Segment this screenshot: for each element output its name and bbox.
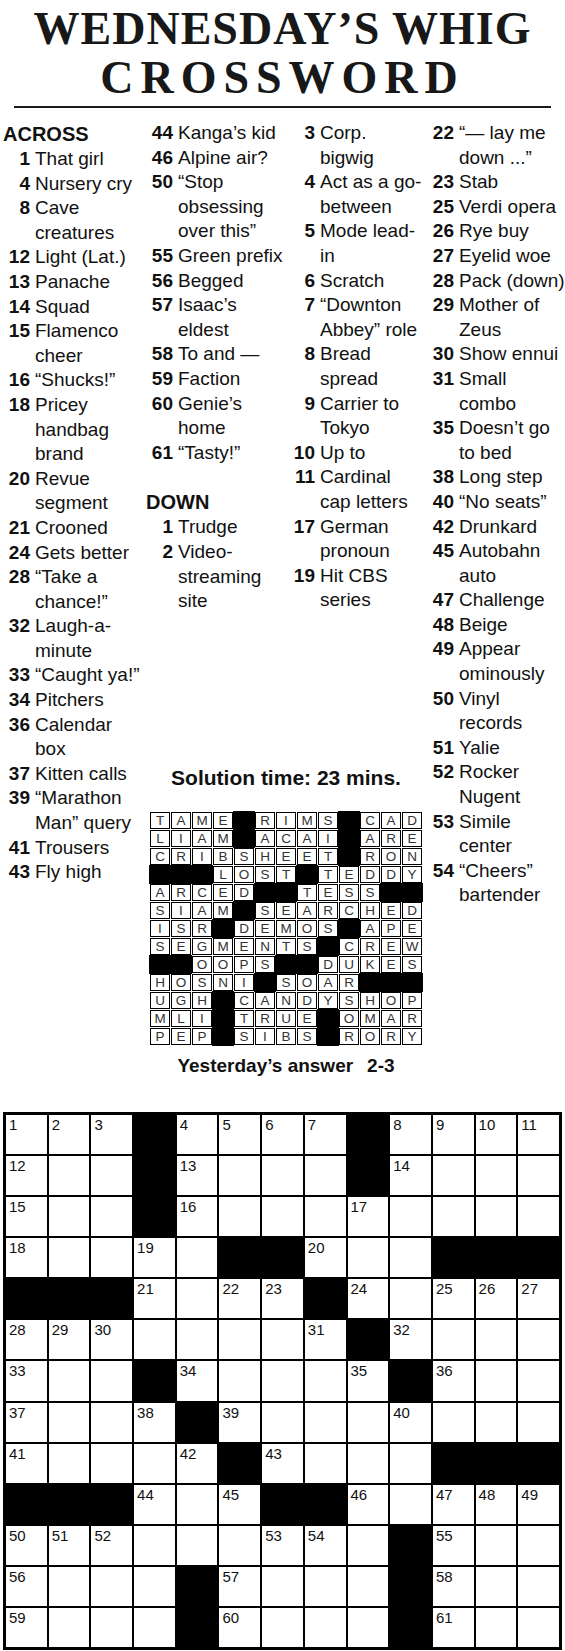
- grid-cell-r1c1[interactable]: 1: [6, 1115, 47, 1154]
- grid-cell-r11c8[interactable]: 54: [305, 1526, 346, 1565]
- grid-cell-r4c1[interactable]: 18: [6, 1238, 47, 1277]
- grid-cell-r2c2[interactable]: [49, 1156, 90, 1195]
- cell-number: 55: [436, 1526, 453, 1545]
- across-header: ACROSS: [3, 121, 142, 147]
- grid-cell-r2c8[interactable]: [305, 1156, 346, 1195]
- clue-number: 35: [427, 416, 459, 465]
- clue-number: 55: [146, 244, 178, 269]
- cell-number: 48: [479, 1485, 496, 1504]
- grid-cell-r6c1[interactable]: 28: [6, 1320, 47, 1359]
- clue-text: Drunkard: [459, 515, 565, 540]
- cell-number: 37: [9, 1403, 26, 1422]
- clue-text: Genie’s home: [178, 392, 283, 441]
- grid-cell-r10c11[interactable]: 47: [433, 1485, 474, 1524]
- grid-cell-r8c3[interactable]: [91, 1403, 132, 1442]
- clue-26-down: 26Rye buy: [427, 219, 565, 244]
- clue-number: 21: [3, 516, 35, 541]
- solution-cell-r5c4: E: [213, 884, 233, 901]
- block-cell: [348, 1115, 389, 1154]
- solution-cell-r6c7: E: [276, 902, 296, 919]
- clue-number: 43: [3, 860, 35, 885]
- solution-cell-r4c10: E: [339, 866, 359, 883]
- solution-cell-r8c5: E: [234, 938, 254, 955]
- cell-number: 43: [265, 1444, 282, 1463]
- clue-number: 28: [427, 269, 459, 294]
- solution-cell-r4c7: T: [276, 866, 296, 883]
- clue-number: 5: [288, 219, 320, 268]
- grid-cell-r12c8[interactable]: [305, 1567, 346, 1606]
- grid-cell-r12c2[interactable]: [49, 1567, 90, 1606]
- grid-cell-r5c4[interactable]: 21: [134, 1279, 175, 1318]
- solution-cell-r4c5: O: [234, 866, 254, 883]
- grid-cell-r6c7[interactable]: [262, 1320, 303, 1359]
- solution-block-cell: [402, 974, 422, 991]
- grid-cell-r3c6[interactable]: [219, 1197, 260, 1236]
- grid-cell-r10c5[interactable]: [177, 1485, 218, 1524]
- clue-number: 4: [288, 170, 320, 219]
- grid-cell-r13c4[interactable]: [134, 1608, 175, 1647]
- clue-number: 26: [427, 219, 459, 244]
- clue-text: Faction: [178, 367, 283, 392]
- block-cell: [134, 1197, 175, 1236]
- clue-15-across: 15Flamenco cheer: [3, 319, 142, 368]
- grid-cell-r8c13[interactable]: [518, 1403, 559, 1442]
- grid-cell-r8c9[interactable]: [348, 1403, 389, 1442]
- grid-cell-r12c11[interactable]: 58: [433, 1567, 474, 1606]
- across-clue-list-part2: 44Kanga’s kid46Alpine air?50“Stop obsess…: [146, 121, 283, 465]
- solution-cell-r8c1: S: [150, 938, 170, 955]
- clue-text: Isaac’s eldest: [178, 293, 283, 342]
- clue-text: Kanga’s kid: [178, 121, 283, 146]
- clue-text: German pronoun: [320, 515, 423, 564]
- grid-cell-r5c12[interactable]: 26: [476, 1279, 517, 1318]
- cell-number: 9: [436, 1115, 444, 1134]
- clue-text: “No seats”: [459, 490, 565, 515]
- grid-cell-r7c9[interactable]: 35: [348, 1361, 389, 1400]
- grid-cell-r8c2[interactable]: [49, 1403, 90, 1442]
- clue-text: “Cheers” bartender: [459, 859, 565, 908]
- grid-cell-r1c2[interactable]: 2: [49, 1115, 90, 1154]
- grid-cell-r9c10[interactable]: [390, 1444, 431, 1483]
- solution-cell-r5c3: C: [192, 884, 212, 901]
- grid-cell-r6c5[interactable]: [177, 1320, 218, 1359]
- clue-56-across: 56Begged: [146, 269, 283, 294]
- solution-time-note: Solution time: 23 mins.: [145, 766, 427, 790]
- grid-cell-r4c8[interactable]: 20: [305, 1238, 346, 1277]
- solution-cell-r11c1: U: [150, 992, 170, 1009]
- solution-cell-r3c9: T: [318, 848, 338, 865]
- grid-cell-r8c6[interactable]: 39: [219, 1403, 260, 1442]
- grid-cell-r8c12[interactable]: [476, 1403, 517, 1442]
- clue-28-down: 28Pack (down): [427, 269, 565, 294]
- solution-cell-r5c11: S: [360, 884, 380, 901]
- grid-cell-r6c12[interactable]: [476, 1320, 517, 1359]
- grid-cell-r4c9[interactable]: [348, 1238, 389, 1277]
- grid-cell-r9c7[interactable]: 43: [262, 1444, 303, 1483]
- grid-cell-r10c12[interactable]: 48: [476, 1485, 517, 1524]
- grid-cell-r5c11[interactable]: 25: [433, 1279, 474, 1318]
- grid-cell-r2c13[interactable]: [518, 1156, 559, 1195]
- grid-cell-r1c8[interactable]: 7: [305, 1115, 346, 1154]
- grid-cell-r10c10[interactable]: [390, 1485, 431, 1524]
- clue-text: Light (Lat.): [35, 245, 142, 270]
- cell-number: 1: [9, 1115, 17, 1134]
- grid-cell-r7c8[interactable]: [305, 1361, 346, 1400]
- grid-cell-r1c5[interactable]: 4: [177, 1115, 218, 1154]
- grid-cell-r7c12[interactable]: [476, 1361, 517, 1400]
- clue-number: 30: [427, 342, 459, 367]
- solution-cell-r5c8: T: [297, 884, 317, 901]
- grid-cell-r11c11[interactable]: 55: [433, 1526, 474, 1565]
- grid-cell-r5c9[interactable]: 24: [348, 1279, 389, 1318]
- cell-number: 20: [308, 1238, 325, 1257]
- grid-cell-r9c9[interactable]: [348, 1444, 389, 1483]
- clue-59-across: 59Faction: [146, 367, 283, 392]
- cell-number: 39: [222, 1403, 239, 1422]
- grid-cell-r3c5[interactable]: 16: [177, 1197, 218, 1236]
- grid-cell-r10c13[interactable]: 49: [518, 1485, 559, 1524]
- cell-number: 51: [52, 1526, 69, 1545]
- cell-number: 45: [222, 1485, 239, 1504]
- solution-cell-r8c12: E: [381, 938, 401, 955]
- grid-cell-r11c13[interactable]: [518, 1526, 559, 1565]
- cell-number: 17: [351, 1197, 368, 1216]
- grid-cell-r7c11[interactable]: 36: [433, 1361, 474, 1400]
- clue-text: Doesn’t go to bed: [459, 416, 565, 465]
- grid-cell-r13c2[interactable]: [49, 1608, 90, 1647]
- grid-cell-r3c3[interactable]: [91, 1197, 132, 1236]
- grid-cell-r11c7[interactable]: 53: [262, 1526, 303, 1565]
- grid-cell-r9c4[interactable]: [134, 1444, 175, 1483]
- grid-cell-r3c13[interactable]: [518, 1197, 559, 1236]
- cell-number: 56: [9, 1567, 26, 1586]
- block-cell: [6, 1279, 47, 1318]
- grid-cell-r8c10[interactable]: 40: [390, 1403, 431, 1442]
- cell-number: 4: [180, 1115, 188, 1134]
- grid-cell-r2c1[interactable]: 12: [6, 1156, 47, 1195]
- clue-number: 27: [427, 244, 459, 269]
- clue-number: 59: [146, 367, 178, 392]
- clue-text: That girl: [35, 147, 142, 172]
- grid-cell-r6c11[interactable]: [433, 1320, 474, 1359]
- clue-5-down: 5Mode lead-in: [288, 219, 423, 268]
- grid-cell-r7c7[interactable]: [262, 1361, 303, 1400]
- clue-24-across: 24Gets better: [3, 541, 142, 566]
- grid-cell-r1c6[interactable]: 5: [219, 1115, 260, 1154]
- clue-text: To and —: [178, 342, 283, 367]
- cell-number: 50: [9, 1526, 26, 1545]
- solution-cell-r12c12: A: [381, 1010, 401, 1027]
- clue-8-down: 8Bread spread: [288, 342, 423, 391]
- clue-42-down: 42Drunkard: [427, 515, 565, 540]
- clue-1-down: 1Trudge: [146, 515, 283, 540]
- clue-number: 8: [288, 342, 320, 391]
- solution-cell-r4c13: Y: [402, 866, 422, 883]
- clue-36-across: 36Calendar box: [3, 713, 142, 762]
- clue-number: 48: [427, 613, 459, 638]
- grid-cell-r2c10[interactable]: 14: [390, 1156, 431, 1195]
- solution-cell-r9c11: K: [360, 956, 380, 973]
- grid-cell-r10c9[interactable]: 46: [348, 1485, 389, 1524]
- grid-cell-r4c3[interactable]: [91, 1238, 132, 1277]
- grid-cell-r3c11[interactable]: [433, 1197, 474, 1236]
- grid-cell-r11c1[interactable]: 50: [6, 1526, 47, 1565]
- solution-cell-r4c12: D: [381, 866, 401, 883]
- clue-text: Corp. bigwig: [320, 121, 423, 170]
- solution-block-cell: [213, 1010, 233, 1027]
- grid-cell-r12c7[interactable]: [262, 1567, 303, 1606]
- grid-cell-r4c5[interactable]: [177, 1238, 218, 1277]
- grid-cell-r8c8[interactable]: [305, 1403, 346, 1442]
- clue-text: “— lay me down ...”: [459, 121, 565, 170]
- solution-cell-r13c5: S: [234, 1028, 254, 1045]
- grid-cell-r12c13[interactable]: [518, 1567, 559, 1606]
- clue-number: 25: [427, 195, 459, 220]
- page-title: WEDNESDAY’S WHIG CROSSWORD: [0, 4, 565, 102]
- clue-50-down: 50Vinyl records: [427, 687, 565, 736]
- grid-cell-r12c6[interactable]: 57: [219, 1567, 260, 1606]
- grid-cell-r8c7[interactable]: [262, 1403, 303, 1442]
- clue-number: 58: [146, 342, 178, 367]
- grid-cell-r11c5[interactable]: [177, 1526, 218, 1565]
- block-cell: [390, 1567, 431, 1606]
- page-title-line2: CROSSWORD: [0, 54, 565, 102]
- grid-cell-r1c10[interactable]: 8: [390, 1115, 431, 1154]
- solution-block-cell: [213, 992, 233, 1009]
- solution-cell-r4c4: L: [213, 866, 233, 883]
- clue-number: 20: [3, 467, 35, 516]
- clue-28-across: 28“Take a chance!”: [3, 565, 142, 614]
- grid-cell-r13c13[interactable]: [518, 1608, 559, 1647]
- solution-cell-r6c8: A: [297, 902, 317, 919]
- cell-number: 58: [436, 1567, 453, 1586]
- cell-number: 19: [137, 1238, 154, 1257]
- grid-cell-r4c4[interactable]: 19: [134, 1238, 175, 1277]
- grid-cell-r1c3[interactable]: 3: [91, 1115, 132, 1154]
- solution-cell-r13c13: Y: [402, 1028, 422, 1045]
- clue-text: Challenge: [459, 588, 565, 613]
- solution-cell-r7c8: O: [297, 920, 317, 937]
- cell-number: 33: [9, 1361, 26, 1380]
- grid-cell-r5c13[interactable]: 27: [518, 1279, 559, 1318]
- grid-cell-r2c12[interactable]: [476, 1156, 517, 1195]
- clue-number: 44: [146, 121, 178, 146]
- grid-cell-r9c1[interactable]: 41: [6, 1444, 47, 1483]
- solution-cell-r1c2: A: [171, 812, 191, 829]
- block-cell: [305, 1485, 346, 1524]
- solution-cell-r1c6: R: [255, 812, 275, 829]
- block-cell: [219, 1444, 260, 1483]
- grid-cell-r13c12[interactable]: [476, 1608, 517, 1647]
- solution-cell-r6c4: M: [213, 902, 233, 919]
- clue-text: “Stop obsessing over this”: [178, 170, 283, 244]
- across-clue-list-part1: 1That girl4Nursery cry8Cave creatures12L…: [3, 147, 142, 885]
- grid-cell-r7c5[interactable]: 34: [177, 1361, 218, 1400]
- grid-cell-r13c1[interactable]: 59: [6, 1608, 47, 1647]
- solution-cell-r13c6: I: [255, 1028, 275, 1045]
- solution-block-cell: [318, 938, 338, 955]
- grid-cell-r5c7[interactable]: 23: [262, 1279, 303, 1318]
- grid-cell-r5c6[interactable]: 22: [219, 1279, 260, 1318]
- grid-cell-r6c13[interactable]: [518, 1320, 559, 1359]
- block-cell: [219, 1238, 260, 1277]
- solution-cell-r9c4: O: [213, 956, 233, 973]
- block-cell: [134, 1115, 175, 1154]
- grid-cell-r11c9[interactable]: [348, 1526, 389, 1565]
- grid-cell-r3c2[interactable]: [49, 1197, 90, 1236]
- grid-cell-r9c3[interactable]: [91, 1444, 132, 1483]
- grid-cell-r13c7[interactable]: [262, 1608, 303, 1647]
- grid-cell-r11c4[interactable]: [134, 1526, 175, 1565]
- clue-text: Fly high: [35, 860, 142, 885]
- clue-column-1: ACROSS 1That girl4Nursery cry8Cave creat…: [3, 121, 142, 885]
- solution-cell-r1c3: M: [192, 812, 212, 829]
- clue-52-down: 52Rocker Nugent: [427, 760, 565, 809]
- grid-cell-r11c3[interactable]: 52: [91, 1526, 132, 1565]
- cell-number: 31: [308, 1320, 325, 1339]
- grid-cell-r6c10[interactable]: 32: [390, 1320, 431, 1359]
- clue-text: Flamenco cheer: [35, 319, 142, 368]
- grid-cell-r2c3[interactable]: [91, 1156, 132, 1195]
- solution-cell-r12c7: U: [276, 1010, 296, 1027]
- solution-cell-r11c6: A: [255, 992, 275, 1009]
- grid-cell-r4c2[interactable]: [49, 1238, 90, 1277]
- grid-cell-r3c9[interactable]: 17: [348, 1197, 389, 1236]
- grid-cell-r11c6[interactable]: [219, 1526, 260, 1565]
- grid-cell-r8c4[interactable]: 38: [134, 1403, 175, 1442]
- grid-cell-r7c3[interactable]: [91, 1361, 132, 1400]
- clue-number: 41: [3, 836, 35, 861]
- solution-cell-r3c13: N: [402, 848, 422, 865]
- clue-number: 37: [3, 762, 35, 787]
- solution-cell-r5c5: D: [234, 884, 254, 901]
- grid-cell-r12c9[interactable]: [348, 1567, 389, 1606]
- solution-cell-r11c8: D: [297, 992, 317, 1009]
- grid-cell-r8c11[interactable]: [433, 1403, 474, 1442]
- clue-number: 60: [146, 392, 178, 441]
- grid-cell-r2c6[interactable]: [219, 1156, 260, 1195]
- cell-number: 25: [436, 1279, 453, 1298]
- grid-cell-r2c5[interactable]: 13: [177, 1156, 218, 1195]
- grid-cell-r3c12[interactable]: [476, 1197, 517, 1236]
- grid-cell-r6c2[interactable]: 29: [49, 1320, 90, 1359]
- grid-cell-r6c6[interactable]: [219, 1320, 260, 1359]
- grid-cell-r7c6[interactable]: [219, 1361, 260, 1400]
- grid-cell-r6c8[interactable]: 31: [305, 1320, 346, 1359]
- grid-cell-r3c1[interactable]: 15: [6, 1197, 47, 1236]
- grid-cell-r12c4[interactable]: [134, 1567, 175, 1606]
- clue-text: Verdi opera: [459, 195, 565, 220]
- grid-cell-r1c11[interactable]: 9: [433, 1115, 474, 1154]
- solution-cell-r13c2: E: [171, 1028, 191, 1045]
- solution-block-cell: [234, 830, 254, 847]
- solution-cell-r4c9: T: [318, 866, 338, 883]
- clue-column-2: 44Kanga’s kid46Alpine air?50“Stop obsess…: [146, 121, 283, 614]
- solution-cell-r2c7: C: [276, 830, 296, 847]
- clue-number: 34: [3, 688, 35, 713]
- clue-number: 61: [146, 441, 178, 466]
- solution-block-cell: [213, 1028, 233, 1045]
- grid-cell-r3c10[interactable]: [390, 1197, 431, 1236]
- clue-40-down: 40“No seats”: [427, 490, 565, 515]
- cell-number: 23: [265, 1279, 282, 1298]
- solution-cell-r9c9: D: [318, 956, 338, 973]
- grid-cell-r11c2[interactable]: 51: [49, 1526, 90, 1565]
- grid-cell-r13c11[interactable]: 61: [433, 1608, 474, 1647]
- grid-cell-r12c1[interactable]: 56: [6, 1567, 47, 1606]
- solution-cell-r6c13: D: [402, 902, 422, 919]
- clue-61-across: 61“Tasty!”: [146, 441, 283, 466]
- grid-cell-r13c9[interactable]: [348, 1608, 389, 1647]
- solution-cell-r7c2: S: [171, 920, 191, 937]
- solution-cell-r7c12: P: [381, 920, 401, 937]
- grid-cell-r7c2[interactable]: [49, 1361, 90, 1400]
- title-divider: [14, 106, 551, 108]
- grid-cell-r9c8[interactable]: [305, 1444, 346, 1483]
- grid-cell-r13c3[interactable]: [91, 1608, 132, 1647]
- solution-block-cell: [234, 902, 254, 919]
- clue-25-down: 25Verdi opera: [427, 195, 565, 220]
- grid-cell-r13c8[interactable]: [305, 1608, 346, 1647]
- solution-cell-r12c6: R: [255, 1010, 275, 1027]
- grid-cell-r9c2[interactable]: [49, 1444, 90, 1483]
- solution-cell-r7c3: R: [192, 920, 212, 937]
- grid-cell-r6c4[interactable]: [134, 1320, 175, 1359]
- clue-number: 1: [146, 515, 178, 540]
- solution-cell-r5c10: S: [339, 884, 359, 901]
- date-code: 2-3: [367, 1055, 394, 1076]
- grid-cell-r7c1[interactable]: 33: [6, 1361, 47, 1400]
- grid-cell-r3c7[interactable]: [262, 1197, 303, 1236]
- caption-text: Yesterday’s answer: [177, 1055, 353, 1076]
- cell-number: 11: [521, 1115, 537, 1134]
- grid-cell-r3c8[interactable]: [305, 1197, 346, 1236]
- grid-cell-r11c12[interactable]: [476, 1526, 517, 1565]
- grid-cell-r2c11[interactable]: [433, 1156, 474, 1195]
- grid-cell-r1c7[interactable]: 6: [262, 1115, 303, 1154]
- solution-cell-r2c4: M: [213, 830, 233, 847]
- grid-cell-r5c10[interactable]: [390, 1279, 431, 1318]
- grid-cell-r8c1[interactable]: 37: [6, 1403, 47, 1442]
- solution-cell-r12c13: R: [402, 1010, 422, 1027]
- clue-number: 50: [427, 687, 459, 736]
- solution-cell-r13c8: S: [297, 1028, 317, 1045]
- grid-cell-r1c12[interactable]: 10: [476, 1115, 517, 1154]
- grid-cell-r10c4[interactable]: 44: [134, 1485, 175, 1524]
- grid-cell-r9c5[interactable]: 42: [177, 1444, 218, 1483]
- solution-cell-r2c9: I: [318, 830, 338, 847]
- cell-number: 8: [393, 1115, 401, 1134]
- grid-cell-r13c6[interactable]: 60: [219, 1608, 260, 1647]
- grid-cell-r1c13[interactable]: 11: [518, 1115, 559, 1154]
- clue-text: Cardinal cap letters: [320, 465, 423, 514]
- down-header: DOWN: [146, 489, 283, 515]
- grid-cell-r4c10[interactable]: [390, 1238, 431, 1277]
- grid-cell-r6c3[interactable]: 30: [91, 1320, 132, 1359]
- grid-cell-r7c13[interactable]: [518, 1361, 559, 1400]
- clue-number: 28: [3, 565, 35, 614]
- solution-cell-r12c10: O: [339, 1010, 359, 1027]
- grid-cell-r2c7[interactable]: [262, 1156, 303, 1195]
- grid-cell-r12c12[interactable]: [476, 1567, 517, 1606]
- clue-text: Green prefix: [178, 244, 283, 269]
- cell-number: 15: [9, 1197, 26, 1216]
- grid-cell-r10c6[interactable]: 45: [219, 1485, 260, 1524]
- clue-number: 39: [3, 786, 35, 835]
- grid-cell-r5c5[interactable]: [177, 1279, 218, 1318]
- grid-cell-r12c3[interactable]: [91, 1567, 132, 1606]
- solution-cell-r11c10: S: [339, 992, 359, 1009]
